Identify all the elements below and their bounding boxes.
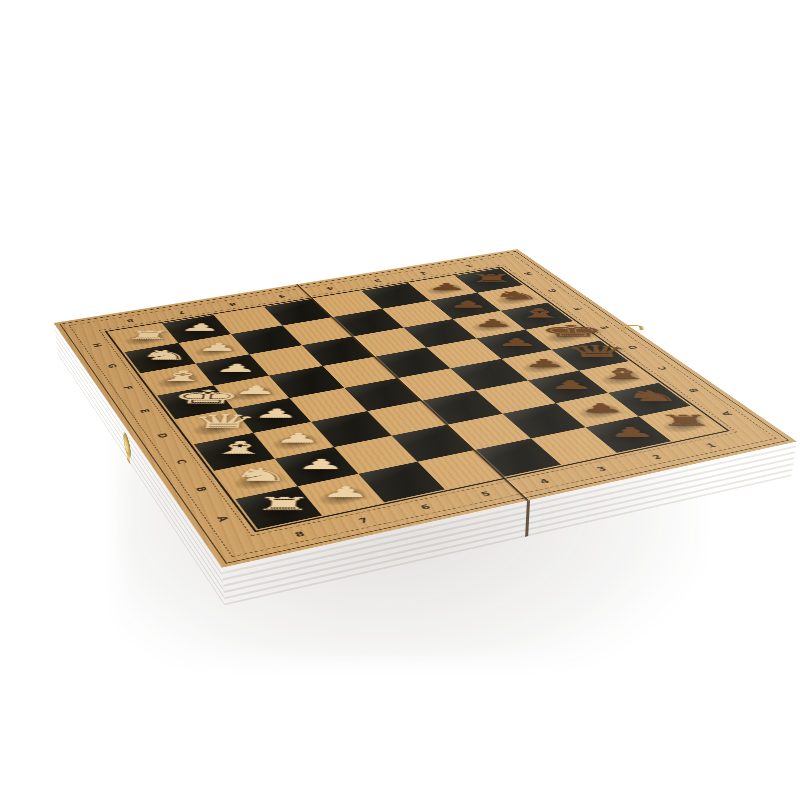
- piece-shadow: [313, 485, 372, 509]
- white-rook-a1: ♜: [235, 486, 322, 529]
- fold-seam-side: [525, 500, 530, 537]
- white-knight-glyph: ♞: [227, 466, 295, 484]
- black-knight-glyph: ♞: [621, 389, 685, 404]
- piece-shadow: [267, 432, 322, 453]
- white-pawn-glyph: ♟: [288, 457, 354, 471]
- label-left-A: A: [213, 515, 231, 523]
- black-pawn-glyph: ♟: [570, 402, 633, 414]
- black-rook-glyph: ♜: [652, 413, 718, 428]
- square-a4: [417, 450, 503, 489]
- square-c5: [422, 390, 502, 424]
- square-a6: [531, 427, 617, 464]
- label-bottom-2: 2: [649, 453, 664, 461]
- label-left-C: C: [172, 459, 188, 465]
- piece-shadow: [572, 402, 627, 422]
- piece-shadow: [290, 457, 347, 479]
- product-photo-scene: HH88GG77FF66EE55DD44CC33BB22AA11 ♜♞♝♚♛♝♞…: [0, 0, 800, 800]
- label-right-B: B: [686, 388, 702, 394]
- white-pawn-d2: ♟: [233, 398, 311, 433]
- piece-shadow: [624, 392, 678, 411]
- white-pawn-a2: ♟: [298, 474, 385, 516]
- black-pawn-glyph: ♟: [489, 337, 546, 348]
- label-right-A: A: [718, 411, 734, 417]
- black-bishop-glyph: ♝: [591, 366, 653, 381]
- white-rook-glyph: ♜: [249, 495, 318, 513]
- white-pawn-glyph: ♟: [189, 342, 247, 353]
- white-pawn-glyph: ♟: [172, 322, 229, 332]
- piece-shadow: [250, 498, 310, 522]
- black-pawn-glyph: ♟: [442, 300, 496, 310]
- piece-shadow: [656, 415, 712, 435]
- label-bottom-3: 3: [594, 465, 609, 473]
- label-left-D: D: [154, 433, 170, 440]
- black-rook-glyph: ♜: [466, 273, 518, 283]
- square-a7: [585, 416, 671, 452]
- label-left-E: E: [136, 408, 151, 413]
- label-bottom-8: 8: [292, 530, 306, 539]
- label-left-F: F: [120, 385, 135, 390]
- white-pawn-glyph: ♟: [207, 362, 267, 373]
- black-rook-a8: ♜: [639, 406, 724, 441]
- square-a3: [358, 462, 444, 503]
- square-d4: [344, 378, 422, 411]
- square-b4: [392, 425, 475, 462]
- black-pawn-glyph: ♟: [600, 426, 666, 439]
- square-b6: [503, 403, 586, 438]
- piece-shadow: [228, 469, 286, 492]
- square-c4: [367, 401, 447, 436]
- square-a1: [235, 486, 322, 529]
- white-queen-d1: ♛: [175, 408, 253, 444]
- white-bishop-glyph: ♝: [206, 439, 272, 457]
- white-knight-b1: ♞: [214, 459, 298, 499]
- white-pawn-glyph: ♟: [312, 485, 379, 500]
- label-bottom-7: 7: [356, 516, 370, 525]
- black-pawn-glyph: ♟: [515, 358, 574, 369]
- square-a8: [639, 406, 724, 441]
- white-queen-glyph: ♛: [187, 412, 252, 431]
- black-pawn-glyph: ♟: [421, 282, 473, 291]
- black-pawn-glyph: ♟: [542, 379, 603, 391]
- white-bishop-glyph: ♝: [151, 369, 213, 384]
- square-b1: [214, 459, 298, 499]
- black-king-glyph: ♚: [537, 323, 595, 339]
- square-c3: [311, 411, 392, 447]
- square-b2: [275, 447, 359, 486]
- white-pawn-glyph: ♟: [245, 407, 307, 420]
- piece-shadow: [170, 394, 222, 413]
- square-d3: [289, 388, 367, 422]
- white-pawn-b2: ♟: [275, 447, 359, 486]
- brass-hinge-loop: [622, 325, 643, 330]
- white-king-glyph: ♚: [168, 387, 232, 406]
- white-pawn-glyph: ♟: [266, 431, 330, 444]
- square-a5: [475, 438, 561, 476]
- brass-hinge: [618, 321, 640, 330]
- label-bottom-1: 1: [703, 442, 718, 449]
- label-bottom-6: 6: [418, 503, 432, 511]
- black-bishop-glyph: ♝: [513, 307, 569, 320]
- black-pawn-glyph: ♟: [465, 318, 520, 328]
- label-bottom-5: 5: [478, 490, 493, 498]
- black-knight-b8: ♞: [608, 383, 691, 417]
- label-left-B: B: [192, 486, 209, 493]
- black-queen-glyph: ♛: [563, 343, 623, 359]
- square-c2: [253, 422, 334, 459]
- black-knight-glyph: ♞: [489, 289, 543, 301]
- square-d2: [233, 398, 311, 433]
- black-pawn-a7: ♟: [585, 416, 671, 452]
- white-knight-glyph: ♞: [135, 348, 195, 362]
- label-bottom-4: 4: [537, 477, 552, 485]
- piece-shadow: [188, 418, 242, 438]
- piece-shadow: [602, 426, 658, 447]
- white-pawn-c2: ♟: [253, 422, 334, 459]
- piece-shadow: [208, 443, 264, 465]
- square-d1: [175, 408, 253, 444]
- black-pawn-b7: ♟: [556, 393, 639, 427]
- square-b7: [556, 393, 639, 427]
- white-bishop-c1: ♝: [194, 433, 275, 471]
- white-king-e1: ♚: [157, 385, 233, 419]
- square-b5: [448, 414, 531, 450]
- square-b3: [334, 436, 417, 474]
- square-c1: [194, 433, 275, 471]
- white-rook-glyph: ♜: [119, 329, 178, 341]
- square-a2: [298, 474, 385, 516]
